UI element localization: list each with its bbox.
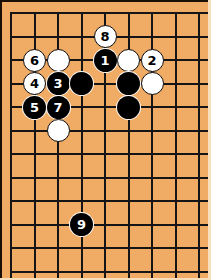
stone-black-F16	[117, 72, 140, 95]
stone-white-move-2: 2	[141, 49, 164, 72]
stone-black-move-5: 5	[23, 96, 46, 119]
go-diagram: 861243579	[0, 0, 211, 280]
grid-line-horizontal	[10, 247, 208, 249]
stone-black-move-3: 3	[47, 72, 70, 95]
stone-white-move-6: 6	[23, 49, 46, 72]
grid-line-horizontal	[10, 12, 208, 14]
stone-white-G16	[141, 72, 164, 95]
grid-line-horizontal	[10, 271, 208, 273]
grid-line-horizontal	[10, 224, 208, 226]
stone-black-F15	[117, 96, 140, 119]
stone-white-move-8: 8	[94, 25, 117, 48]
stone-white-C17	[47, 49, 70, 72]
grid-line-horizontal	[10, 177, 208, 179]
grid-line-horizontal	[10, 153, 208, 155]
stone-black-move-1: 1	[94, 49, 117, 72]
stone-black-move-7: 7	[47, 96, 70, 119]
stone-white-move-4: 4	[23, 72, 46, 95]
grid-line-vertical	[81, 12, 83, 278]
stone-black-D16	[70, 72, 93, 95]
grid-line-horizontal	[10, 200, 208, 202]
stone-black-move-9: 9	[70, 213, 93, 236]
grid-line-vertical	[175, 12, 177, 278]
stone-white-F17	[117, 49, 140, 72]
grid-line-horizontal	[10, 130, 208, 132]
grid-line-vertical	[198, 12, 200, 278]
stone-white-C14	[47, 119, 70, 142]
go-board: 861243579	[0, 0, 208, 278]
grid-line-vertical	[10, 12, 12, 278]
